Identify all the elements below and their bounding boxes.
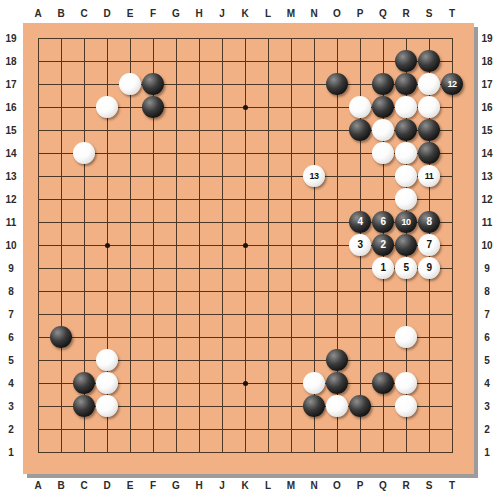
white-stone-R3 [395, 395, 417, 417]
row-label-left-16: 16 [5, 102, 16, 113]
white-stone-S17 [418, 73, 440, 95]
row-label-left-12: 12 [5, 194, 16, 205]
move-number-label: 8 [418, 211, 440, 233]
move-number-label: 13 [303, 165, 325, 187]
white-stone-R14 [395, 142, 417, 164]
move-number-label: 10 [395, 211, 417, 233]
black-stone-S15 [418, 119, 440, 141]
black-stone-S11: 8 [418, 211, 440, 233]
grid-line-horizontal [38, 429, 453, 430]
black-stone-O5 [326, 349, 348, 371]
col-label-bottom-T: T [449, 480, 455, 491]
col-label-bottom-L: L [265, 480, 271, 491]
row-label-right-16: 16 [481, 102, 492, 113]
row-label-right-12: 12 [481, 194, 492, 205]
col-label-top-R: R [402, 8, 409, 19]
white-stone-N13: 13 [303, 165, 325, 187]
move-number-label: 4 [349, 211, 371, 233]
col-label-bottom-F: F [150, 480, 156, 491]
row-label-left-2: 2 [8, 424, 14, 435]
col-label-bottom-S: S [426, 480, 433, 491]
col-label-top-G: G [172, 8, 180, 19]
col-label-bottom-D: D [103, 480, 110, 491]
go-board-screen: ABCDEFGHJKLMNOPQRST ABCDEFGHJKLMNOPQRST … [0, 0, 500, 500]
row-label-right-1: 1 [484, 447, 490, 458]
black-stone-T17: 12 [441, 73, 463, 95]
row-label-left-5: 5 [8, 355, 14, 366]
row-label-right-2: 2 [484, 424, 490, 435]
col-label-top-C: C [80, 8, 87, 19]
row-label-left-14: 14 [5, 148, 16, 159]
black-stone-Q16 [372, 96, 394, 118]
black-stone-R11: 10 [395, 211, 417, 233]
grid-line-vertical [268, 38, 269, 453]
row-label-right-3: 3 [484, 401, 490, 412]
grid-line-vertical [291, 38, 292, 453]
col-label-bottom-Q: Q [379, 480, 387, 491]
col-label-top-M: M [287, 8, 295, 19]
star-point-K4 [243, 381, 248, 386]
col-label-bottom-C: C [80, 480, 87, 491]
col-label-top-L: L [265, 8, 271, 19]
col-label-top-K: K [241, 8, 248, 19]
black-stone-Q17 [372, 73, 394, 95]
white-stone-D3 [96, 395, 118, 417]
row-label-right-19: 19 [481, 33, 492, 44]
black-stone-Q11: 6 [372, 211, 394, 233]
white-stone-S13: 11 [418, 165, 440, 187]
black-stone-S14 [418, 142, 440, 164]
black-stone-O17 [326, 73, 348, 95]
move-number-label: 5 [395, 257, 417, 279]
col-label-top-P: P [357, 8, 364, 19]
move-number-label: 1 [372, 257, 394, 279]
star-point-D10 [105, 243, 110, 248]
move-number-label: 3 [349, 234, 371, 256]
col-label-bottom-G: G [172, 480, 180, 491]
col-label-bottom-M: M [287, 480, 295, 491]
star-point-K10 [243, 243, 248, 248]
row-label-left-4: 4 [8, 378, 14, 389]
row-label-right-14: 14 [481, 148, 492, 159]
move-number-label: 6 [372, 211, 394, 233]
move-number-label: 11 [418, 165, 440, 187]
move-number-label: 2 [372, 234, 394, 256]
black-stone-P11: 4 [349, 211, 371, 233]
col-label-top-O: O [333, 8, 341, 19]
white-stone-R12 [395, 188, 417, 210]
black-stone-Q10: 2 [372, 234, 394, 256]
row-label-right-6: 6 [484, 332, 490, 343]
black-stone-P15 [349, 119, 371, 141]
row-label-left-9: 9 [8, 263, 14, 274]
row-label-left-11: 11 [6, 217, 17, 228]
move-number-label: 7 [418, 234, 440, 256]
black-stone-Q4 [372, 372, 394, 394]
star-point-K16 [243, 105, 248, 110]
col-label-bottom-R: R [402, 480, 409, 491]
col-label-top-S: S [426, 8, 433, 19]
row-label-right-5: 5 [484, 355, 490, 366]
row-label-right-7: 7 [484, 309, 490, 320]
col-label-bottom-A: A [34, 480, 41, 491]
black-stone-O4 [326, 372, 348, 394]
black-stone-R10 [395, 234, 417, 256]
white-stone-R9: 5 [395, 257, 417, 279]
white-stone-S10: 7 [418, 234, 440, 256]
black-stone-P3 [349, 395, 371, 417]
white-stone-Q15 [372, 119, 394, 141]
black-stone-R18 [395, 50, 417, 72]
row-label-right-8: 8 [484, 286, 490, 297]
go-board[interactable]: 12131146108327159 [23, 23, 474, 474]
white-stone-R13 [395, 165, 417, 187]
white-stone-N4 [303, 372, 325, 394]
row-label-left-13: 13 [5, 171, 16, 182]
black-stone-R17 [395, 73, 417, 95]
white-stone-P16 [349, 96, 371, 118]
col-label-top-N: N [310, 8, 317, 19]
row-label-left-17: 17 [5, 79, 16, 90]
row-label-right-10: 10 [481, 240, 492, 251]
col-label-top-H: H [195, 8, 202, 19]
col-label-top-Q: Q [379, 8, 387, 19]
white-stone-D5 [96, 349, 118, 371]
col-label-bottom-J: J [219, 480, 225, 491]
grid-line-horizontal [38, 314, 453, 315]
black-stone-N3 [303, 395, 325, 417]
row-label-right-18: 18 [481, 56, 492, 67]
move-number-label: 12 [441, 73, 463, 95]
row-label-left-3: 3 [8, 401, 14, 412]
white-stone-D4 [96, 372, 118, 394]
row-label-right-13: 13 [481, 171, 492, 182]
black-stone-F17 [142, 73, 164, 95]
white-stone-Q14 [372, 142, 394, 164]
row-label-left-1: 1 [8, 447, 14, 458]
col-label-bottom-K: K [241, 480, 248, 491]
black-stone-F16 [142, 96, 164, 118]
row-label-left-8: 8 [8, 286, 14, 297]
black-stone-R15 [395, 119, 417, 141]
row-label-right-4: 4 [484, 378, 490, 389]
col-label-bottom-P: P [357, 480, 364, 491]
col-label-top-B: B [57, 8, 64, 19]
row-label-left-19: 19 [5, 33, 16, 44]
row-label-left-18: 18 [5, 56, 16, 67]
white-stone-S9: 9 [418, 257, 440, 279]
row-label-right-11: 11 [482, 217, 493, 228]
col-label-top-D: D [103, 8, 110, 19]
row-label-right-9: 9 [484, 263, 490, 274]
row-label-left-6: 6 [8, 332, 14, 343]
black-stone-C3 [73, 395, 95, 417]
white-stone-E17 [119, 73, 141, 95]
white-stone-R16 [395, 96, 417, 118]
grid-line-vertical [452, 38, 453, 453]
col-label-bottom-H: H [195, 480, 202, 491]
row-label-left-10: 10 [5, 240, 16, 251]
black-stone-B6 [50, 326, 72, 348]
black-stone-C4 [73, 372, 95, 394]
white-stone-S16 [418, 96, 440, 118]
grid-line-horizontal [38, 291, 453, 292]
col-label-top-F: F [150, 8, 156, 19]
row-label-right-15: 15 [481, 125, 492, 136]
black-stone-S18 [418, 50, 440, 72]
row-label-right-17: 17 [481, 79, 492, 90]
white-stone-P10: 3 [349, 234, 371, 256]
white-stone-D16 [96, 96, 118, 118]
col-label-bottom-N: N [310, 480, 317, 491]
white-stone-R6 [395, 326, 417, 348]
col-label-top-A: A [34, 8, 41, 19]
white-stone-R4 [395, 372, 417, 394]
grid-line-horizontal [38, 337, 453, 338]
col-label-bottom-O: O [333, 480, 341, 491]
col-label-bottom-B: B [57, 480, 64, 491]
grid-line-horizontal [38, 452, 453, 453]
row-label-left-7: 7 [8, 309, 14, 320]
col-label-bottom-E: E [127, 480, 134, 491]
row-label-left-15: 15 [5, 125, 16, 136]
col-label-top-T: T [449, 8, 455, 19]
white-stone-C14 [73, 142, 95, 164]
col-label-top-J: J [219, 8, 225, 19]
white-stone-O3 [326, 395, 348, 417]
move-number-label: 9 [418, 257, 440, 279]
white-stone-Q9: 1 [372, 257, 394, 279]
col-label-top-E: E [127, 8, 134, 19]
